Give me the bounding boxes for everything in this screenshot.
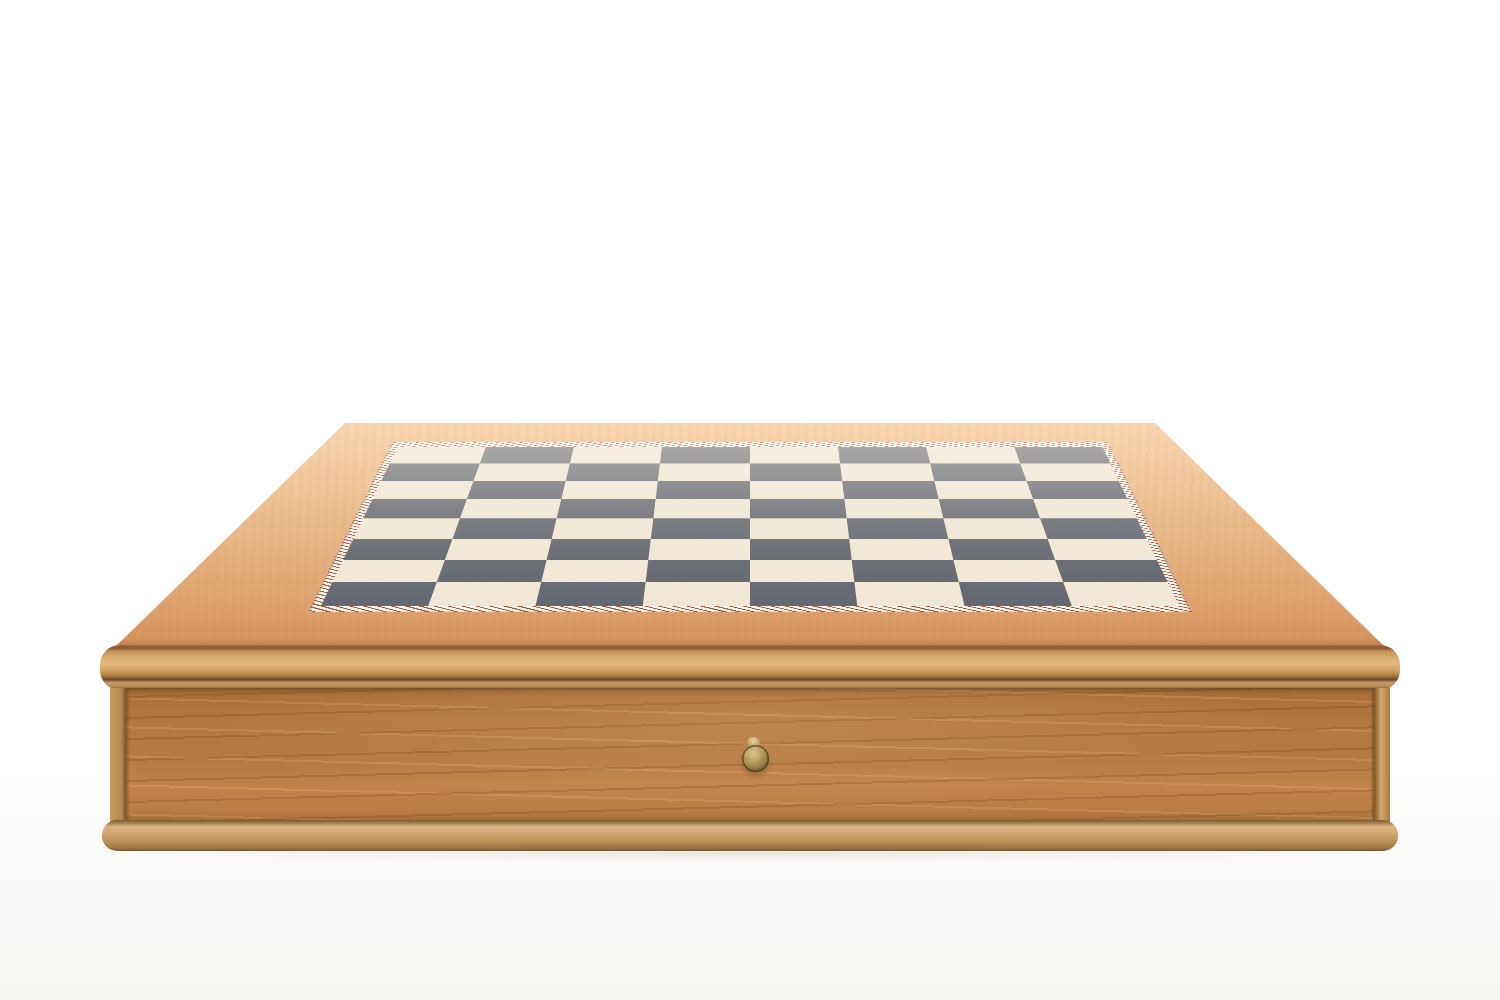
square-e4[interactable] [750, 518, 849, 538]
box-side-left [110, 688, 126, 822]
square-g5[interactable] [939, 499, 1040, 518]
square-d5[interactable] [653, 499, 750, 518]
chessboard-perspective-wrap [308, 442, 1192, 612]
square-c6[interactable] [561, 481, 658, 499]
square-d8[interactable] [660, 447, 750, 464]
square-g6[interactable] [934, 481, 1033, 499]
square-b5[interactable] [460, 499, 561, 518]
square-b8[interactable] [480, 447, 574, 464]
square-d4[interactable] [651, 518, 750, 538]
square-f6[interactable] [842, 481, 939, 499]
square-c2[interactable] [541, 560, 648, 582]
chessboard-box-photo [0, 0, 1500, 1000]
square-h7[interactable] [1020, 463, 1119, 480]
square-b3[interactable] [445, 539, 552, 560]
square-h1[interactable] [1063, 582, 1179, 606]
square-e7[interactable] [750, 463, 842, 480]
square-d6[interactable] [656, 481, 750, 499]
square-d7[interactable] [658, 463, 750, 480]
square-g2[interactable] [953, 560, 1063, 582]
square-a4[interactable] [353, 518, 459, 538]
square-e5[interactable] [750, 499, 847, 518]
square-f8[interactable] [838, 447, 930, 464]
square-c3[interactable] [547, 539, 651, 560]
drop-shadow [130, 843, 1370, 863]
square-h6[interactable] [1027, 481, 1128, 499]
square-b1[interactable] [428, 582, 541, 606]
square-e2[interactable] [750, 560, 854, 582]
square-c1[interactable] [535, 582, 645, 606]
square-e8[interactable] [750, 447, 840, 464]
square-f4[interactable] [847, 518, 949, 538]
square-a1[interactable] [321, 582, 437, 606]
square-h2[interactable] [1055, 560, 1168, 582]
square-b2[interactable] [437, 560, 547, 582]
square-g4[interactable] [943, 518, 1047, 538]
box-side-right [1374, 688, 1390, 822]
square-c4[interactable] [552, 518, 654, 538]
square-d2[interactable] [646, 560, 750, 582]
square-b7[interactable] [473, 463, 569, 480]
square-g7[interactable] [930, 463, 1026, 480]
square-a8[interactable] [390, 447, 486, 464]
square-f7[interactable] [840, 463, 934, 480]
square-h4[interactable] [1040, 518, 1146, 538]
square-c7[interactable] [566, 463, 660, 480]
top-molding-edge [100, 645, 1400, 690]
square-d3[interactable] [648, 539, 750, 560]
square-c5[interactable] [557, 499, 656, 518]
square-b6[interactable] [467, 481, 566, 499]
drawer-knob[interactable] [742, 745, 769, 772]
square-a2[interactable] [332, 560, 445, 582]
square-f5[interactable] [844, 499, 943, 518]
square-e1[interactable] [750, 582, 857, 606]
square-a5[interactable] [363, 499, 467, 518]
square-g3[interactable] [948, 539, 1055, 560]
square-f3[interactable] [849, 539, 953, 560]
square-g1[interactable] [959, 582, 1072, 606]
chessboard-grid [321, 447, 1179, 606]
chessboard [308, 442, 1192, 612]
square-f1[interactable] [854, 582, 964, 606]
square-h8[interactable] [1014, 447, 1110, 464]
square-a3[interactable] [343, 539, 452, 560]
square-h3[interactable] [1047, 539, 1156, 560]
square-b4[interactable] [453, 518, 557, 538]
square-a6[interactable] [372, 481, 473, 499]
square-g8[interactable] [926, 447, 1020, 464]
square-e6[interactable] [750, 481, 844, 499]
square-h5[interactable] [1033, 499, 1137, 518]
square-f2[interactable] [852, 560, 959, 582]
square-c8[interactable] [570, 447, 662, 464]
square-d1[interactable] [643, 582, 750, 606]
square-a7[interactable] [381, 463, 480, 480]
square-e3[interactable] [750, 539, 852, 560]
